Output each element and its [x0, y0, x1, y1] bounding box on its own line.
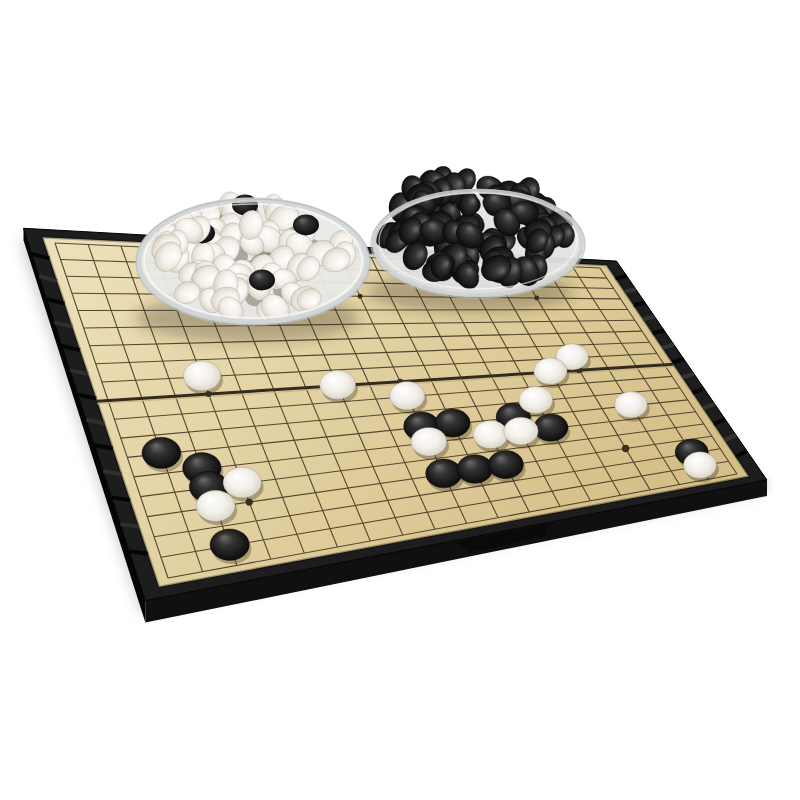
white-stone[interactable] [534, 358, 567, 385]
white-stone[interactable] [615, 392, 648, 418]
white-stone[interactable] [683, 452, 716, 479]
white-stone[interactable] [473, 421, 508, 449]
black-stone[interactable] [426, 459, 462, 488]
white-stone[interactable] [196, 490, 235, 521]
white-stone[interactable] [519, 386, 553, 413]
black-stone[interactable] [457, 455, 493, 484]
white-stone[interactable] [411, 427, 447, 456]
white-stone[interactable] [320, 370, 356, 399]
white-stone[interactable] [183, 361, 221, 391]
black-stone[interactable] [210, 529, 249, 560]
black-stone-bowl[interactable] [370, 163, 585, 298]
white-stone[interactable] [504, 417, 539, 445]
white-stone[interactable] [389, 382, 424, 410]
go-set-scene [0, 0, 800, 800]
black-stone[interactable] [293, 215, 319, 236]
black-stone[interactable] [249, 270, 275, 291]
black-stone[interactable] [142, 437, 181, 468]
white-stone[interactable] [223, 467, 261, 498]
black-stone[interactable] [488, 450, 523, 478]
product-photo-canvas [0, 0, 800, 800]
